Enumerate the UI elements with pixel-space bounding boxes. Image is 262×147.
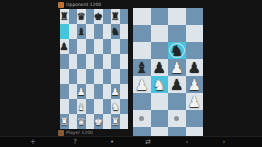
square-e8[interactable]: ♚ — [94, 9, 103, 24]
right-square-r3c4[interactable] — [186, 42, 204, 59]
black-pawn-piece[interactable]: ♟ — [60, 42, 69, 52]
square-c3[interactable]: ♟ — [77, 84, 86, 99]
right-square-r6c1[interactable] — [133, 93, 151, 110]
white-bishop-piece[interactable]: ♝ — [77, 102, 86, 112]
right-square-r3c3[interactable]: ♞ — [168, 42, 186, 59]
square-b2[interactable] — [69, 99, 78, 114]
white-pawn-piece[interactable]: ♟ — [188, 94, 201, 110]
white-knight-piece[interactable]: ♞ — [111, 102, 120, 112]
capture-hint-ring — [169, 43, 185, 58]
square-g1[interactable]: ♜ — [111, 114, 120, 129]
square-d6[interactable] — [86, 39, 95, 54]
top-player-avatar — [58, 2, 64, 8]
square-g2[interactable]: ♞ — [111, 99, 120, 114]
square-f5[interactable] — [103, 54, 112, 69]
black-rook-piece[interactable]: ♜ — [111, 12, 120, 22]
square-g5[interactable] — [111, 54, 120, 69]
black-bishop-piece[interactable]: ♝ — [77, 27, 86, 37]
square-d5[interactable] — [86, 54, 95, 69]
right-square-r5c3[interactable]: ♟ — [168, 76, 186, 93]
square-a7[interactable] — [60, 24, 69, 39]
square-a3[interactable] — [60, 84, 69, 99]
square-c5[interactable] — [77, 54, 86, 69]
white-queen-piece[interactable]: ♛ — [77, 117, 86, 127]
right-square-r4c2[interactable]: ♟ — [151, 59, 169, 76]
square-b4[interactable] — [69, 69, 78, 84]
square-b1[interactable] — [69, 114, 78, 129]
white-rook-piece[interactable]: ♜ — [60, 117, 69, 127]
square-e2[interactable] — [94, 99, 103, 114]
square-h2[interactable] — [120, 99, 129, 114]
square-e5[interactable] — [94, 54, 103, 69]
help-icon[interactable]: ? — [68, 137, 82, 147]
white-pawn-piece[interactable]: ♟ — [77, 87, 86, 97]
square-f6[interactable] — [103, 39, 112, 54]
black-bishop-piece[interactable]: ♝ — [135, 60, 148, 76]
right-chess-board-zoomed[interactable]: ♞♝♟♟♟♟♞♟♟♟ — [133, 8, 203, 137]
back-icon[interactable]: ‹ — [180, 137, 194, 147]
square-f1[interactable] — [103, 114, 112, 129]
right-square-r7c1[interactable] — [133, 110, 151, 127]
white-pawn-piece[interactable]: ♟ — [111, 87, 120, 97]
square-c4[interactable] — [77, 69, 86, 84]
black-pawn-piece[interactable]: ♟ — [170, 77, 183, 93]
square-g6[interactable] — [111, 39, 120, 54]
right-square-r6c4[interactable]: ♟ — [186, 93, 204, 110]
black-pawn-piece[interactable]: ♟ — [153, 60, 166, 76]
square-d8[interactable] — [86, 9, 95, 24]
top-player-bar[interactable]: Opponent 1200 — [58, 1, 130, 9]
square-b3[interactable] — [69, 84, 78, 99]
black-queen-piece[interactable]: ♛ — [77, 12, 86, 22]
square-f3[interactable] — [103, 84, 112, 99]
square-f8[interactable] — [103, 9, 112, 24]
square-a5[interactable] — [60, 54, 69, 69]
top-player-name: Opponent 1200 — [66, 2, 101, 8]
right-square-r4c3[interactable]: ♟ — [168, 59, 186, 76]
square-h7[interactable] — [120, 24, 129, 39]
square-b5[interactable] — [69, 54, 78, 69]
right-square-r4c1[interactable]: ♝ — [133, 59, 151, 76]
square-e1[interactable]: ♚ — [94, 114, 103, 129]
square-g3[interactable]: ♟ — [111, 84, 120, 99]
right-square-r6c2[interactable] — [151, 93, 169, 110]
square-e7[interactable] — [94, 24, 103, 39]
white-king-piece[interactable]: ♚ — [94, 117, 103, 127]
square-b7[interactable] — [69, 24, 78, 39]
right-square-r2c1[interactable] — [133, 25, 151, 42]
black-knight-piece[interactable]: ♞ — [111, 27, 120, 37]
right-square-r2c3[interactable] — [168, 25, 186, 42]
right-square-r5c2[interactable]: ♞ — [151, 76, 169, 93]
right-board-viewport: ♞♝♟♟♟♟♞♟♟♟ — [133, 8, 203, 137]
square-a8[interactable]: ♜ — [60, 9, 69, 24]
game-controls-toolbar: +?•⇄‹› — [0, 136, 262, 147]
square-b6[interactable] — [69, 39, 78, 54]
right-square-r2c4[interactable] — [186, 25, 204, 42]
right-square-r1c1[interactable] — [133, 8, 151, 25]
right-square-r7c4[interactable] — [186, 110, 204, 127]
forward-icon[interactable]: › — [217, 137, 231, 147]
app-window: Opponent 1200 ♜♛♚♜♝♞♟♟♟♝♞♜♛♚♜ Player 120… — [0, 0, 262, 147]
square-c7[interactable]: ♝ — [77, 24, 86, 39]
right-square-r7c2[interactable] — [151, 110, 169, 127]
legal-move-dot — [174, 116, 179, 121]
legal-move-dot — [139, 116, 144, 121]
right-square-r1c4[interactable] — [186, 8, 204, 25]
right-square-r2c2[interactable] — [151, 25, 169, 42]
square-h3[interactable] — [120, 84, 129, 99]
square-c2[interactable]: ♝ — [77, 99, 86, 114]
white-rook-piece[interactable]: ♜ — [111, 117, 120, 127]
flip-board-icon[interactable]: ⇄ — [141, 137, 155, 147]
square-a4[interactable] — [60, 69, 69, 84]
record-dot-icon[interactable]: • — [105, 137, 119, 147]
square-h6[interactable] — [120, 39, 129, 54]
black-rook-piece[interactable]: ♜ — [60, 12, 69, 22]
white-pawn-piece[interactable]: ♟ — [188, 77, 201, 93]
right-square-r1c3[interactable] — [168, 8, 186, 25]
square-h1[interactable] — [120, 114, 129, 129]
square-g4[interactable] — [111, 69, 120, 84]
white-pawn-piece[interactable]: ♟ — [170, 60, 183, 76]
square-a1[interactable]: ♜ — [60, 114, 69, 129]
right-square-r4c4[interactable]: ♟ — [186, 59, 204, 76]
square-c6[interactable] — [77, 39, 86, 54]
square-a6[interactable]: ♟ — [60, 39, 69, 54]
square-b8[interactable] — [69, 9, 78, 24]
square-e3[interactable] — [94, 84, 103, 99]
black-king-piece[interactable]: ♚ — [94, 12, 103, 22]
square-h4[interactable] — [120, 69, 129, 84]
right-square-r6c3[interactable] — [168, 93, 186, 110]
square-h5[interactable] — [120, 54, 129, 69]
plus-icon[interactable]: + — [26, 137, 40, 147]
square-f4[interactable] — [103, 69, 112, 84]
capture-hint-ring — [187, 60, 203, 75]
square-h8[interactable] — [120, 9, 129, 24]
square-e6[interactable] — [94, 39, 103, 54]
white-knight-piece[interactable]: ♞ — [153, 77, 166, 93]
white-pawn-piece[interactable]: ♟ — [135, 77, 148, 93]
square-g8[interactable]: ♜ — [111, 9, 120, 24]
square-f7[interactable] — [103, 24, 112, 39]
square-c1[interactable]: ♛ — [77, 114, 86, 129]
square-g7[interactable]: ♞ — [111, 24, 120, 39]
right-square-r5c1[interactable]: ♟ — [133, 76, 151, 93]
right-square-r3c2[interactable] — [151, 42, 169, 59]
right-square-r5c4[interactable]: ♟ — [186, 76, 204, 93]
square-e4[interactable] — [94, 69, 103, 84]
square-d4[interactable] — [86, 69, 95, 84]
left-chess-board[interactable]: ♜♛♚♜♝♞♟♟♟♝♞♜♛♚♜ — [60, 9, 128, 129]
square-d2[interactable] — [86, 99, 95, 114]
square-d3[interactable] — [86, 84, 95, 99]
square-d7[interactable] — [86, 24, 95, 39]
square-a2[interactable] — [60, 99, 69, 114]
right-square-r1c2[interactable] — [151, 8, 169, 25]
square-d1[interactable] — [86, 114, 95, 129]
square-f2[interactable] — [103, 99, 112, 114]
right-square-r7c3[interactable] — [168, 110, 186, 127]
right-square-r3c1[interactable] — [133, 42, 151, 59]
square-c8[interactable]: ♛ — [77, 9, 86, 24]
